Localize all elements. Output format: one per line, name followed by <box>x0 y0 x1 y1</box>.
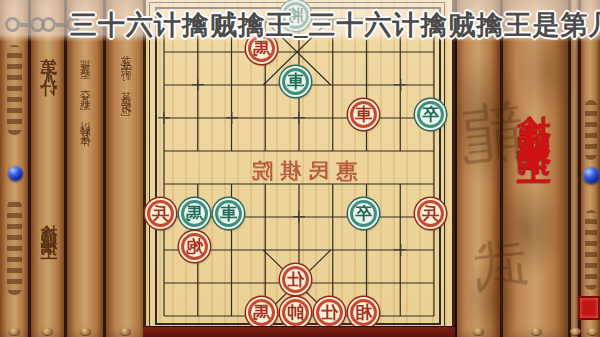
carved-seal-ornament <box>7 45 22 135</box>
strip-end-knob <box>42 328 53 335</box>
title-overlay-band: 三十六计擒贼擒王_三十六计擒贼擒王是第几计 <box>0 0 600 42</box>
river-text: 惠民棋院 <box>245 157 357 185</box>
strip-end-knob <box>120 328 131 335</box>
point-marker <box>192 79 204 91</box>
blue-gem-button[interactable] <box>583 167 600 184</box>
carved-seal-ornament <box>585 210 597 290</box>
strip-end-knob <box>531 328 542 335</box>
strip-end-knob <box>473 328 484 335</box>
blue-soldier[interactable]: 卒 <box>350 200 377 227</box>
stratagem-number-label: 第十八计 <box>37 44 60 72</box>
app-window: 第十八计 擒贼擒王 摧其坚，夺其魁，以解其体。 龙战于野，其道穷也。 龍 武 擒… <box>0 0 600 337</box>
blue-chariot[interactable]: 車 <box>282 68 309 95</box>
page-title: 三十六计擒贼擒王_三十六计擒贼擒王是第几计 <box>70 7 600 43</box>
stratagem-text-strip: 龙战于野，其道穷也。 <box>119 46 134 308</box>
red-chariot[interactable]: 車 <box>350 101 377 128</box>
red-elephant[interactable]: 相 <box>350 299 377 326</box>
stratagem-text-strip: 摧其坚，夺其魁，以解其体。 <box>78 50 93 300</box>
stratagem-caption: 擒贼擒王 <box>511 88 557 140</box>
xiangqi-board[interactable]: 惠民棋院 將馬車車卒兵馬車卒兵炮仕馬帥仕相 <box>143 0 455 337</box>
red-general[interactable]: 帥 <box>282 299 309 326</box>
point-marker <box>293 211 305 223</box>
strip-end-knob <box>570 328 581 335</box>
strip-end-knob <box>80 328 91 335</box>
blue-chariot[interactable]: 車 <box>215 200 242 227</box>
strip-end-knob <box>587 328 598 335</box>
red-advisor[interactable]: 仕 <box>316 299 343 326</box>
blue-soldier[interactable]: 卒 <box>417 101 444 128</box>
red-seal-stamp <box>578 296 600 320</box>
point-marker <box>394 244 406 256</box>
binding-knot-icon <box>5 17 45 32</box>
strip-divider <box>64 0 67 337</box>
red-cannon[interactable]: 炮 <box>181 233 208 260</box>
blue-gem-button[interactable] <box>8 166 23 181</box>
strip-end-knob <box>9 328 20 335</box>
strip-divider <box>103 0 106 337</box>
left-bamboo-panel: 第十八计 擒贼擒王 摧其坚，夺其魁，以解其体。 龙战于野，其道穷也。 <box>0 0 147 337</box>
warrior-carving-icon: 武 <box>469 227 530 305</box>
carved-seal-ornament <box>7 200 22 295</box>
red-soldier[interactable]: 兵 <box>147 200 174 227</box>
board-base-band <box>143 326 455 337</box>
right-bamboo-panel: 龍 武 擒贼擒王 <box>453 0 600 337</box>
stratagem-name-label: 擒贼擒王 <box>37 210 60 238</box>
strip-divider <box>28 0 31 337</box>
red-soldier[interactable]: 兵 <box>417 200 444 227</box>
point-marker <box>226 112 238 124</box>
point-marker <box>158 112 170 124</box>
point-marker <box>293 112 305 124</box>
point-marker <box>394 79 406 91</box>
red-advisor[interactable]: 仕 <box>282 266 309 293</box>
carved-seal-ornament <box>585 100 597 160</box>
blue-horse[interactable]: 馬 <box>181 200 208 227</box>
